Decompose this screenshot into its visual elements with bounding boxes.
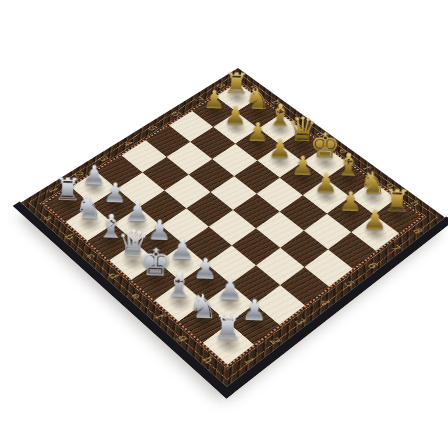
square-h7[interactable]: ♟ (351, 215, 399, 251)
chess-board: ♜♞♝♛♚♝♞♜♟♟♟♟♟♟♟♟♟♟♟♟♟♟♟♟♜♞♝♛♚♝♞♜ aabbccd… (21, 68, 445, 387)
coord-rank-8-right: 8 (410, 225, 424, 236)
coord-file-c-near: c (83, 250, 98, 261)
coord-file-a-near: a (41, 212, 56, 222)
scene: ♜♞♝♛♚♝♞♜♟♟♟♟♟♟♟♟♟♟♟♟♟♟♟♟♜♞♝♛♚♝♞♜ aabbccd… (0, 0, 448, 448)
coord-rank-5-left: 5 (145, 123, 159, 132)
play-area: ♜♞♝♛♚♝♞♜♟♟♟♟♟♟♟♟♟♟♟♟♟♟♟♟♜♞♝♛♚♝♞♜ (42, 81, 424, 367)
piece-black-pawn[interactable]: ♟ (357, 205, 392, 234)
coord-rank-3-right: 3 (292, 315, 307, 327)
coord-file-f-near: f (152, 311, 165, 321)
coord-rank-4-right: 4 (317, 296, 332, 308)
piece-white-rook[interactable]: ♜ (209, 310, 247, 345)
coord-rank-5-right: 5 (341, 278, 356, 289)
coord-file-e-near: e (128, 290, 143, 301)
